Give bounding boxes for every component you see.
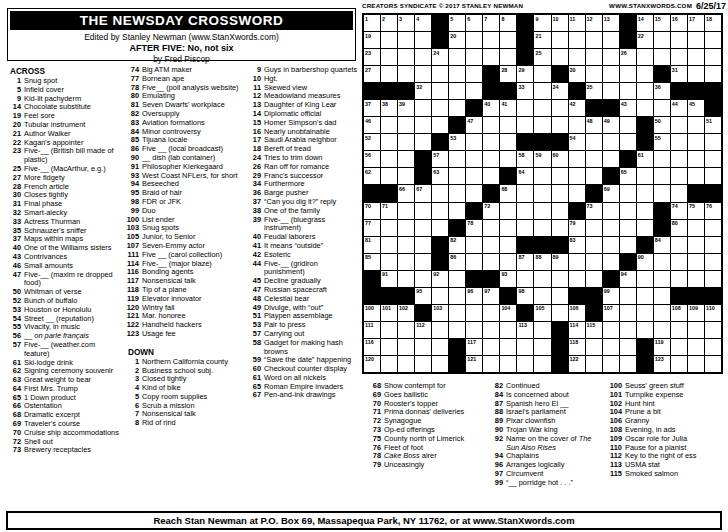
grid-cell[interactable] [415, 100, 431, 116]
grid-cell[interactable]: 45 [688, 100, 704, 116]
grid-cell[interactable] [398, 356, 414, 372]
grid-cell[interactable]: 77 [364, 220, 380, 236]
grid-cell[interactable] [552, 271, 568, 287]
grid-cell[interactable] [552, 220, 568, 236]
grid-cell[interactable] [500, 356, 516, 372]
grid-cell[interactable]: 59 [534, 151, 550, 167]
grid-cell[interactable] [398, 254, 414, 270]
grid-cell[interactable] [620, 185, 636, 201]
grid-cell[interactable] [603, 356, 619, 372]
grid-cell[interactable] [483, 49, 499, 65]
grid-cell[interactable] [500, 49, 516, 65]
grid-cell[interactable] [381, 168, 397, 184]
grid-cell[interactable] [517, 339, 533, 355]
grid-cell[interactable]: 47 [466, 117, 482, 133]
grid-cell[interactable]: 90 [637, 254, 653, 270]
grid-cell[interactable]: 76 [705, 203, 721, 219]
grid-cell[interactable]: 58 [517, 151, 533, 167]
grid-cell[interactable] [586, 151, 602, 167]
grid-cell[interactable]: 2 [381, 15, 397, 31]
grid-cell[interactable] [671, 185, 687, 201]
grid-cell[interactable] [534, 356, 550, 372]
grid-cell[interactable] [517, 185, 533, 201]
grid-cell[interactable] [705, 66, 721, 82]
grid-cell[interactable]: 18 [705, 15, 721, 31]
grid-cell[interactable] [398, 117, 414, 133]
grid-cell[interactable]: 100 [364, 305, 380, 321]
grid-cell[interactable]: 115 [586, 322, 602, 338]
grid-cell[interactable] [688, 134, 704, 150]
grid-cell[interactable] [534, 100, 550, 116]
grid-cell[interactable]: 21 [534, 32, 550, 48]
grid-cell[interactable]: 79 [569, 220, 585, 236]
grid-cell[interactable] [552, 203, 568, 219]
grid-cell[interactable] [603, 83, 619, 99]
grid-cell[interactable] [705, 134, 721, 150]
grid-cell[interactable] [637, 305, 653, 321]
grid-cell[interactable] [688, 117, 704, 133]
grid-cell[interactable] [705, 271, 721, 287]
grid-cell[interactable] [415, 254, 431, 270]
grid-cell[interactable] [449, 151, 465, 167]
grid-cell[interactable] [569, 49, 585, 65]
grid-cell[interactable]: 106 [569, 305, 585, 321]
grid-cell[interactable] [654, 254, 670, 270]
grid-cell[interactable] [381, 237, 397, 253]
grid-cell[interactable]: 36 [654, 83, 670, 99]
grid-cell[interactable]: 93 [500, 271, 516, 287]
grid-cell[interactable] [398, 203, 414, 219]
grid-cell[interactable]: 27 [364, 66, 380, 82]
grid-cell[interactable] [688, 322, 704, 338]
grid-cell[interactable] [398, 322, 414, 338]
grid-cell[interactable] [449, 83, 465, 99]
grid-cell[interactable]: 116 [364, 339, 380, 355]
grid-cell[interactable]: 107 [603, 305, 619, 321]
grid-cell[interactable]: 109 [688, 305, 704, 321]
grid-cell[interactable]: 7 [483, 15, 499, 31]
grid-cell[interactable]: 31 [671, 66, 687, 82]
grid-cell[interactable] [654, 271, 670, 287]
grid-cell[interactable]: 22 [637, 32, 653, 48]
grid-cell[interactable] [552, 49, 568, 65]
grid-cell[interactable] [671, 237, 687, 253]
grid-cell[interactable] [688, 49, 704, 65]
grid-cell[interactable] [449, 66, 465, 82]
grid-cell[interactable]: 30 [569, 66, 585, 82]
grid-cell[interactable] [637, 66, 653, 82]
grid-cell[interactable] [620, 220, 636, 236]
grid-cell[interactable]: 122 [569, 356, 585, 372]
grid-cell[interactable]: 98 [517, 288, 533, 304]
grid-cell[interactable]: 88 [534, 254, 550, 270]
grid-cell[interactable] [534, 322, 550, 338]
grid-cell[interactable]: 81 [364, 237, 380, 253]
grid-cell[interactable] [381, 322, 397, 338]
grid-cell[interactable] [517, 271, 533, 287]
grid-cell[interactable] [671, 134, 687, 150]
grid-cell[interactable] [415, 237, 431, 253]
grid-cell[interactable] [381, 49, 397, 65]
grid-cell[interactable] [603, 151, 619, 167]
grid-cell[interactable]: 71 [381, 203, 397, 219]
grid-cell[interactable] [620, 237, 636, 253]
grid-cell[interactable]: 6 [466, 15, 482, 31]
grid-cell[interactable] [500, 117, 516, 133]
grid-cell[interactable] [381, 254, 397, 270]
grid-cell[interactable] [688, 151, 704, 167]
grid-cell[interactable] [586, 32, 602, 48]
grid-cell[interactable] [586, 220, 602, 236]
grid-cell[interactable]: 74 [671, 203, 687, 219]
grid-cell[interactable]: 82 [449, 237, 465, 253]
grid-cell[interactable] [500, 32, 516, 48]
grid-cell[interactable] [381, 66, 397, 82]
grid-cell[interactable] [398, 339, 414, 355]
grid-cell[interactable] [671, 117, 687, 133]
grid-cell[interactable]: 102 [398, 305, 414, 321]
grid-cell[interactable] [671, 49, 687, 65]
grid-cell[interactable] [398, 32, 414, 48]
grid-cell[interactable] [432, 288, 448, 304]
grid-cell[interactable] [603, 254, 619, 270]
grid-cell[interactable] [688, 237, 704, 253]
grid-cell[interactable] [415, 49, 431, 65]
grid-cell[interactable]: 55 [654, 134, 670, 150]
grid-cell[interactable]: 99 [603, 288, 619, 304]
grid-cell[interactable] [483, 305, 499, 321]
grid-cell[interactable] [654, 49, 670, 65]
grid-cell[interactable]: 11 [569, 15, 585, 31]
grid-cell[interactable] [415, 134, 431, 150]
grid-cell[interactable] [654, 305, 670, 321]
grid-cell[interactable] [534, 83, 550, 99]
grid-cell[interactable] [552, 185, 568, 201]
grid-cell[interactable]: 40 [483, 100, 499, 116]
grid-cell[interactable] [449, 185, 465, 201]
grid-cell[interactable]: 8 [500, 15, 516, 31]
grid-cell[interactable]: 16 [671, 15, 687, 31]
grid-cell[interactable] [415, 271, 431, 287]
grid-cell[interactable]: 92 [432, 271, 448, 287]
grid-cell[interactable]: 5 [449, 15, 465, 31]
grid-cell[interactable] [500, 339, 516, 355]
grid-cell[interactable] [466, 66, 482, 82]
grid-cell[interactable]: 19 [364, 32, 380, 48]
grid-cell[interactable] [603, 220, 619, 236]
grid-cell[interactable] [688, 356, 704, 372]
grid-cell[interactable] [466, 134, 482, 150]
grid-cell[interactable]: 41 [500, 100, 516, 116]
grid-cell[interactable] [569, 254, 585, 270]
grid-cell[interactable]: 38 [381, 100, 397, 116]
grid-cell[interactable]: 35 [586, 83, 602, 99]
grid-cell[interactable]: 66 [398, 185, 414, 201]
grid-cell[interactable]: 86 [449, 254, 465, 270]
grid-cell[interactable] [603, 32, 619, 48]
grid-cell[interactable]: 56 [364, 151, 380, 167]
grid-cell[interactable]: 69 [603, 185, 619, 201]
grid-cell[interactable]: 54 [569, 134, 585, 150]
grid-cell[interactable] [534, 339, 550, 355]
grid-cell[interactable]: 44 [671, 100, 687, 116]
grid-cell[interactable] [500, 220, 516, 236]
grid-cell[interactable]: 50 [654, 117, 670, 133]
grid-cell[interactable] [449, 49, 465, 65]
grid-cell[interactable]: 117 [466, 339, 482, 355]
grid-cell[interactable] [534, 271, 550, 287]
grid-cell[interactable]: 61 [637, 151, 653, 167]
grid-cell[interactable]: 83 [569, 237, 585, 253]
grid-cell[interactable]: 64 [517, 168, 533, 184]
grid-cell[interactable] [637, 185, 653, 201]
grid-cell[interactable] [654, 185, 670, 201]
grid-cell[interactable] [603, 49, 619, 65]
grid-cell[interactable] [586, 49, 602, 65]
grid-cell[interactable] [483, 151, 499, 167]
grid-cell[interactable] [449, 271, 465, 287]
grid-cell[interactable] [620, 117, 636, 133]
grid-cell[interactable] [381, 220, 397, 236]
grid-cell[interactable] [552, 100, 568, 116]
grid-cell[interactable] [449, 203, 465, 219]
grid-cell[interactable] [483, 339, 499, 355]
grid-cell[interactable] [654, 32, 670, 48]
grid-cell[interactable] [705, 322, 721, 338]
grid-cell[interactable]: 15 [654, 15, 670, 31]
grid-cell[interactable] [620, 134, 636, 150]
grid-cell[interactable]: 12 [586, 15, 602, 31]
grid-cell[interactable] [415, 220, 431, 236]
grid-cell[interactable]: 29 [517, 66, 533, 82]
grid-cell[interactable] [637, 322, 653, 338]
grid-cell[interactable]: 46 [364, 117, 380, 133]
grid-cell[interactable] [466, 322, 482, 338]
grid-cell[interactable] [671, 322, 687, 338]
grid-cell[interactable]: 28 [500, 66, 516, 82]
grid-cell[interactable]: 78 [466, 220, 482, 236]
grid-cell[interactable]: 114 [569, 322, 585, 338]
grid-cell[interactable] [449, 322, 465, 338]
grid-cell[interactable]: 113 [517, 322, 533, 338]
grid-cell[interactable]: 105 [534, 305, 550, 321]
grid-cell[interactable]: 32 [415, 83, 431, 99]
grid-cell[interactable] [603, 134, 619, 150]
grid-cell[interactable]: 10 [552, 15, 568, 31]
grid-cell[interactable]: 96 [466, 288, 482, 304]
grid-cell[interactable]: 89 [552, 254, 568, 270]
grid-cell[interactable]: 94 [620, 271, 636, 287]
grid-cell[interactable] [705, 168, 721, 184]
grid-cell[interactable]: 17 [688, 15, 704, 31]
grid-cell[interactable] [500, 203, 516, 219]
grid-cell[interactable]: 104 [500, 305, 516, 321]
grid-cell[interactable] [381, 339, 397, 355]
grid-cell[interactable]: 25 [534, 49, 550, 65]
grid-cell[interactable] [534, 288, 550, 304]
grid-cell[interactable]: 67 [415, 185, 431, 201]
grid-cell[interactable] [705, 254, 721, 270]
grid-cell[interactable] [620, 203, 636, 219]
grid-cell[interactable] [466, 185, 482, 201]
grid-cell[interactable] [586, 254, 602, 270]
grid-cell[interactable] [586, 134, 602, 150]
grid-cell[interactable] [620, 66, 636, 82]
grid-cell[interactable] [415, 66, 431, 82]
grid-cell[interactable] [552, 288, 568, 304]
grid-cell[interactable]: 39 [398, 100, 414, 116]
grid-cell[interactable] [637, 271, 653, 287]
grid-cell[interactable] [432, 117, 448, 133]
grid-cell[interactable] [603, 66, 619, 82]
grid-cell[interactable] [432, 356, 448, 372]
grid-cell[interactable] [483, 32, 499, 48]
grid-cell[interactable]: 118 [569, 339, 585, 355]
grid-cell[interactable]: 120 [364, 356, 380, 372]
grid-cell[interactable] [381, 151, 397, 167]
grid-cell[interactable] [398, 134, 414, 150]
grid-cell[interactable] [432, 100, 448, 116]
grid-cell[interactable] [688, 66, 704, 82]
grid-cell[interactable]: 65 [620, 168, 636, 184]
grid-cell[interactable] [398, 66, 414, 82]
grid-cell[interactable] [671, 254, 687, 270]
grid-cell[interactable]: 95 [415, 288, 431, 304]
grid-cell[interactable]: 80 [671, 220, 687, 236]
grid-cell[interactable] [534, 220, 550, 236]
grid-cell[interactable] [381, 356, 397, 372]
grid-cell[interactable]: 34 [552, 83, 568, 99]
grid-cell[interactable] [671, 271, 687, 287]
grid-cell[interactable]: 70 [364, 203, 380, 219]
grid-cell[interactable] [552, 117, 568, 133]
grid-cell[interactable] [569, 168, 585, 184]
grid-cell[interactable]: 52 [364, 134, 380, 150]
grid-cell[interactable]: 111 [364, 322, 380, 338]
grid-cell[interactable] [449, 288, 465, 304]
grid-cell[interactable] [466, 305, 482, 321]
grid-cell[interactable] [586, 237, 602, 253]
grid-cell[interactable] [705, 151, 721, 167]
grid-cell[interactable] [671, 356, 687, 372]
grid-cell[interactable] [398, 49, 414, 65]
grid-cell[interactable] [654, 288, 670, 304]
grid-cell[interactable]: 84 [654, 237, 670, 253]
grid-cell[interactable] [620, 305, 636, 321]
grid-cell[interactable] [381, 117, 397, 133]
grid-cell[interactable] [637, 168, 653, 184]
grid-cell[interactable] [432, 203, 448, 219]
grid-cell[interactable] [534, 117, 550, 133]
grid-cell[interactable] [415, 356, 431, 372]
grid-cell[interactable] [671, 168, 687, 184]
grid-cell[interactable] [569, 151, 585, 167]
grid-cell[interactable] [398, 220, 414, 236]
grid-cell[interactable] [432, 185, 448, 201]
grid-cell[interactable] [586, 356, 602, 372]
grid-cell[interactable] [620, 356, 636, 372]
grid-cell[interactable] [500, 151, 516, 167]
grid-cell[interactable] [466, 32, 482, 48]
grid-cell[interactable] [586, 339, 602, 355]
grid-cell[interactable]: 72 [483, 203, 499, 219]
grid-cell[interactable]: 24 [432, 49, 448, 65]
grid-cell[interactable] [534, 185, 550, 201]
grid-cell[interactable]: 14 [637, 15, 653, 31]
grid-cell[interactable] [620, 83, 636, 99]
grid-cell[interactable] [449, 305, 465, 321]
grid-cell[interactable]: 9 [534, 15, 550, 31]
grid-cell[interactable]: 63 [432, 168, 448, 184]
grid-cell[interactable] [381, 32, 397, 48]
grid-cell[interactable] [415, 117, 431, 133]
grid-cell[interactable]: 33 [517, 83, 533, 99]
grid-cell[interactable] [500, 322, 516, 338]
grid-cell[interactable] [432, 322, 448, 338]
grid-cell[interactable] [466, 49, 482, 65]
grid-cell[interactable]: 48 [586, 117, 602, 133]
grid-cell[interactable] [517, 203, 533, 219]
grid-cell[interactable] [432, 83, 448, 99]
grid-cell[interactable] [398, 271, 414, 287]
grid-cell[interactable] [483, 117, 499, 133]
grid-cell[interactable] [569, 271, 585, 287]
grid-cell[interactable]: 108 [671, 305, 687, 321]
grid-cell[interactable]: 23 [364, 49, 380, 65]
grid-cell[interactable] [620, 339, 636, 355]
grid-cell[interactable] [534, 168, 550, 184]
grid-cell[interactable]: 73 [586, 203, 602, 219]
grid-cell[interactable] [483, 168, 499, 184]
grid-cell[interactable] [637, 203, 653, 219]
grid-cell[interactable]: 1 [364, 15, 380, 31]
grid-cell[interactable] [620, 288, 636, 304]
grid-cell[interactable]: 103 [432, 305, 448, 321]
grid-cell[interactable]: 53 [449, 134, 465, 150]
grid-cell[interactable]: 13 [603, 15, 619, 31]
grid-cell[interactable] [449, 168, 465, 184]
grid-cell[interactable] [671, 151, 687, 167]
grid-cell[interactable] [432, 66, 448, 82]
grid-cell[interactable] [654, 100, 670, 116]
grid-cell[interactable] [586, 66, 602, 82]
grid-cell[interactable] [586, 168, 602, 184]
grid-cell[interactable] [552, 305, 568, 321]
grid-cell[interactable]: 112 [415, 322, 431, 338]
grid-cell[interactable] [381, 134, 397, 150]
grid-cell[interactable] [483, 134, 499, 150]
grid-cell[interactable] [603, 322, 619, 338]
grid-cell[interactable] [637, 100, 653, 116]
grid-cell[interactable]: 101 [381, 305, 397, 321]
grid-cell[interactable] [569, 117, 585, 133]
grid-cell[interactable]: 4 [415, 15, 431, 31]
grid-cell[interactable] [517, 356, 533, 372]
grid-cell[interactable]: 119 [654, 339, 670, 355]
grid-cell[interactable] [517, 220, 533, 236]
grid-cell[interactable]: 87 [517, 254, 533, 270]
grid-cell[interactable]: 97 [483, 288, 499, 304]
grid-cell[interactable] [483, 356, 499, 372]
grid-cell[interactable] [432, 220, 448, 236]
grid-cell[interactable] [705, 237, 721, 253]
grid-cell[interactable]: 123 [654, 356, 670, 372]
grid-cell[interactable] [637, 49, 653, 65]
grid-cell[interactable] [654, 322, 670, 338]
grid-cell[interactable] [466, 83, 482, 99]
grid-cell[interactable] [705, 356, 721, 372]
grid-cell[interactable]: 49 [603, 117, 619, 133]
